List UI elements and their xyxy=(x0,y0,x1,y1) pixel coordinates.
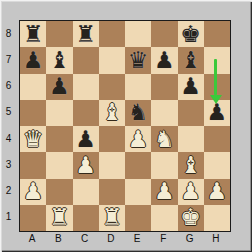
square-a4[interactable]: ♛ xyxy=(20,126,46,152)
rank-label-6: 6 xyxy=(1,73,16,99)
square-h8[interactable] xyxy=(204,21,230,47)
square-f2[interactable]: ♟ xyxy=(151,179,177,205)
square-c2[interactable] xyxy=(73,179,99,205)
square-c1[interactable] xyxy=(73,205,99,231)
square-b5[interactable] xyxy=(46,100,72,126)
square-h1[interactable] xyxy=(204,205,230,231)
square-c4[interactable]: ♟ xyxy=(73,126,99,152)
black-rook-c8[interactable]: ♜ xyxy=(75,23,96,46)
square-d3[interactable] xyxy=(99,152,125,178)
square-e7[interactable]: ♛ xyxy=(125,47,151,73)
rank-label-5: 5 xyxy=(1,99,16,125)
white-rook-b1[interactable]: ♜ xyxy=(49,206,70,229)
square-b7[interactable]: ♝ xyxy=(46,47,72,73)
square-a1[interactable] xyxy=(20,205,46,231)
square-g2[interactable]: ♟ xyxy=(178,179,204,205)
square-e4[interactable]: ♟ xyxy=(125,126,151,152)
square-c8[interactable]: ♜ xyxy=(73,21,99,47)
square-h3[interactable] xyxy=(204,152,230,178)
white-bishop-g3[interactable]: ♝ xyxy=(180,154,201,177)
square-d4[interactable] xyxy=(99,126,125,152)
square-c6[interactable] xyxy=(73,74,99,100)
square-a5[interactable] xyxy=(20,100,46,126)
square-g8[interactable]: ♚ xyxy=(178,21,204,47)
square-a3[interactable] xyxy=(20,152,46,178)
white-pawn-e4[interactable]: ♟ xyxy=(128,128,149,151)
square-h5[interactable]: ♟ xyxy=(204,100,230,126)
square-c3[interactable]: ♟ xyxy=(73,152,99,178)
square-h6[interactable] xyxy=(204,74,230,100)
square-f8[interactable] xyxy=(151,21,177,47)
white-bishop-d5[interactable]: ♝ xyxy=(102,101,123,124)
black-rook-a8[interactable]: ♜ xyxy=(23,23,44,46)
rank-label-7: 7 xyxy=(1,46,16,72)
black-pawn-b6[interactable]: ♟ xyxy=(49,75,70,98)
white-pawn-h2[interactable]: ♟ xyxy=(207,180,228,203)
square-d5[interactable]: ♝ xyxy=(99,100,125,126)
square-f1[interactable] xyxy=(151,205,177,231)
square-b2[interactable] xyxy=(46,179,72,205)
square-f6[interactable] xyxy=(151,74,177,100)
square-f7[interactable]: ♟ xyxy=(151,47,177,73)
square-h2[interactable]: ♟ xyxy=(204,179,230,205)
square-a2[interactable]: ♟ xyxy=(20,179,46,205)
file-labels: ABCDEFGH xyxy=(19,231,229,245)
square-h4[interactable] xyxy=(204,126,230,152)
black-pawn-f7[interactable]: ♟ xyxy=(154,49,175,72)
white-queen-a4[interactable]: ♛ xyxy=(23,128,44,151)
white-rook-d1[interactable]: ♜ xyxy=(102,206,123,229)
square-g3[interactable]: ♝ xyxy=(178,152,204,178)
square-e6[interactable] xyxy=(125,74,151,100)
square-a7[interactable]: ♟ xyxy=(20,47,46,73)
square-e2[interactable] xyxy=(125,179,151,205)
rank-labels: 87654321 xyxy=(1,20,16,230)
square-d6[interactable] xyxy=(99,74,125,100)
white-knight-f4[interactable]: ♞ xyxy=(154,128,175,151)
file-label-b: B xyxy=(45,231,71,245)
file-label-d: D xyxy=(98,231,124,245)
square-g6[interactable]: ♟ xyxy=(178,74,204,100)
file-label-f: F xyxy=(150,231,176,245)
black-pawn-g6[interactable]: ♟ xyxy=(180,75,201,98)
square-e5[interactable]: ♞ xyxy=(125,100,151,126)
white-pawn-f2[interactable]: ♟ xyxy=(154,180,175,203)
square-e3[interactable] xyxy=(125,152,151,178)
square-b3[interactable] xyxy=(46,152,72,178)
square-a8[interactable]: ♜ xyxy=(20,21,46,47)
square-d2[interactable] xyxy=(99,179,125,205)
black-bishop-g7[interactable]: ♝ xyxy=(180,49,201,72)
file-label-a: A xyxy=(19,231,45,245)
square-e8[interactable] xyxy=(125,21,151,47)
square-c7[interactable] xyxy=(73,47,99,73)
square-g4[interactable] xyxy=(178,126,204,152)
black-pawn-h5[interactable]: ♟ xyxy=(207,101,228,124)
file-label-g: G xyxy=(177,231,203,245)
file-label-c: C xyxy=(72,231,98,245)
square-f4[interactable]: ♞ xyxy=(151,126,177,152)
chess-board: ♜♜♚♟♝♛♟♝♟♟♝♞♟♛♟♟♞♟♝♟♟♟♟♜♜♚ xyxy=(19,20,231,232)
square-g7[interactable]: ♝ xyxy=(178,47,204,73)
black-knight-e5[interactable]: ♞ xyxy=(128,101,149,124)
file-label-e: E xyxy=(124,231,150,245)
square-d1[interactable]: ♜ xyxy=(99,205,125,231)
black-bishop-b7[interactable]: ♝ xyxy=(49,49,70,72)
square-g5[interactable] xyxy=(178,100,204,126)
square-a6[interactable] xyxy=(20,74,46,100)
square-b8[interactable] xyxy=(46,21,72,47)
rank-label-1: 1 xyxy=(1,204,16,230)
square-d8[interactable] xyxy=(99,21,125,47)
square-e1[interactable] xyxy=(125,205,151,231)
black-queen-e7[interactable]: ♛ xyxy=(128,49,149,72)
square-f5[interactable] xyxy=(151,100,177,126)
rank-label-4: 4 xyxy=(1,125,16,151)
white-pawn-g2[interactable]: ♟ xyxy=(180,180,201,203)
square-f3[interactable] xyxy=(151,152,177,178)
square-b1[interactable]: ♜ xyxy=(46,205,72,231)
rank-label-2: 2 xyxy=(1,178,16,204)
white-pawn-c3[interactable]: ♟ xyxy=(75,154,96,177)
white-king-g1[interactable]: ♚ xyxy=(180,206,201,229)
square-h7[interactable] xyxy=(204,47,230,73)
black-pawn-a7[interactable]: ♟ xyxy=(23,49,44,72)
black-king-g8[interactable]: ♚ xyxy=(180,23,201,46)
white-pawn-a2[interactable]: ♟ xyxy=(23,180,44,203)
square-b4[interactable] xyxy=(46,126,72,152)
square-c5[interactable] xyxy=(73,100,99,126)
square-d7[interactable] xyxy=(99,47,125,73)
black-pawn-c4[interactable]: ♟ xyxy=(75,128,96,151)
file-label-h: H xyxy=(203,231,229,245)
chess-app-window: 87654321 ♜♜♚♟♝♛♟♝♟♟♝♞♟♛♟♟♞♟♝♟♟♟♟♜♜♚ ABCD… xyxy=(0,0,252,252)
rank-label-3: 3 xyxy=(1,151,16,177)
square-g1[interactable]: ♚ xyxy=(178,205,204,231)
square-b6[interactable]: ♟ xyxy=(46,74,72,100)
rank-label-8: 8 xyxy=(1,20,16,46)
